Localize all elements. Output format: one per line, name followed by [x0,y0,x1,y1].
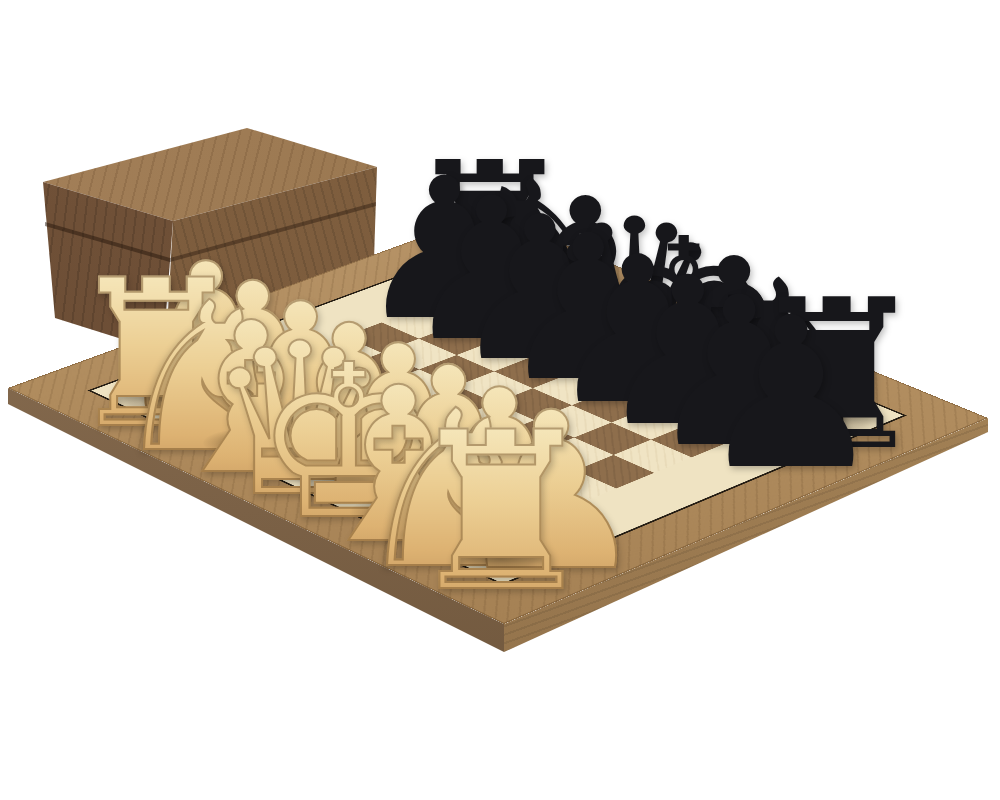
chess-set-photo: ♜♟♞♟♝♟♛♟♚♟♝♟♟♞♜♟♟♜♞♟♟♝♟♛♟♚♟♝♟♞♟♜ [0,0,1000,800]
chessboard [0,0,1000,800]
board-pinstripe-border [88,242,907,585]
board-top [8,213,988,624]
squares-grid [192,282,801,537]
